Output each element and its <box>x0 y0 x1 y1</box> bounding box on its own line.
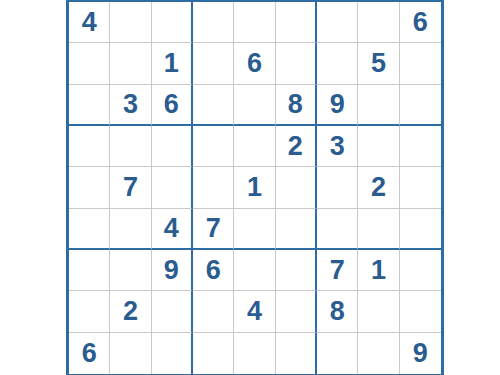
cell-r1c8[interactable] <box>358 2 399 43</box>
cell-r8c2[interactable]: 2 <box>110 291 151 332</box>
given-digit: 6 <box>164 91 179 118</box>
given-digit: 2 <box>288 133 303 160</box>
cell-r6c2[interactable] <box>110 209 151 250</box>
cell-r7c4[interactable]: 6 <box>193 250 234 291</box>
cell-r8c4[interactable] <box>193 291 234 332</box>
given-digit: 5 <box>371 50 386 77</box>
cell-r9c8[interactable] <box>358 333 399 374</box>
cell-r4c2[interactable] <box>110 126 151 167</box>
given-digit: 7 <box>123 174 138 201</box>
cell-r7c6[interactable] <box>276 250 317 291</box>
cell-r9c1[interactable]: 6 <box>69 333 110 374</box>
cell-r3c7[interactable]: 9 <box>317 85 358 126</box>
cell-r9c6[interactable] <box>276 333 317 374</box>
cell-r3c5[interactable] <box>234 85 275 126</box>
cell-r7c3[interactable]: 9 <box>152 250 193 291</box>
cell-r7c7[interactable]: 7 <box>317 250 358 291</box>
given-digit: 9 <box>330 91 345 118</box>
given-digit: 3 <box>123 91 138 118</box>
cell-r5c9[interactable] <box>400 167 441 208</box>
cell-r7c1[interactable] <box>69 250 110 291</box>
cell-r1c9[interactable]: 6 <box>400 2 441 43</box>
given-digit: 6 <box>247 50 262 77</box>
cell-r9c9[interactable]: 9 <box>400 333 441 374</box>
cell-r5c7[interactable] <box>317 167 358 208</box>
given-digit: 2 <box>371 174 386 201</box>
cell-r8c9[interactable] <box>400 291 441 332</box>
cell-r4c6[interactable]: 2 <box>276 126 317 167</box>
cell-r7c2[interactable] <box>110 250 151 291</box>
cell-r5c6[interactable] <box>276 167 317 208</box>
cell-r8c3[interactable] <box>152 291 193 332</box>
given-digit: 7 <box>206 215 221 242</box>
cell-r6c7[interactable] <box>317 209 358 250</box>
cell-r2c8[interactable]: 5 <box>358 43 399 84</box>
given-digit: 9 <box>413 340 428 367</box>
given-digit: 1 <box>247 174 262 201</box>
cell-r8c5[interactable]: 4 <box>234 291 275 332</box>
cell-r6c4[interactable]: 7 <box>193 209 234 250</box>
cell-r9c7[interactable] <box>317 333 358 374</box>
cell-r4c4[interactable] <box>193 126 234 167</box>
cell-r2c9[interactable] <box>400 43 441 84</box>
cell-r8c1[interactable] <box>69 291 110 332</box>
cell-r4c1[interactable] <box>69 126 110 167</box>
cell-r1c6[interactable] <box>276 2 317 43</box>
cell-r6c5[interactable] <box>234 209 275 250</box>
given-digit: 8 <box>288 91 303 118</box>
cell-r2c7[interactable] <box>317 43 358 84</box>
given-digit: 3 <box>330 133 345 160</box>
cell-r5c4[interactable] <box>193 167 234 208</box>
cell-r9c4[interactable] <box>193 333 234 374</box>
cell-r5c1[interactable] <box>69 167 110 208</box>
given-digit: 4 <box>247 298 262 325</box>
cell-r4c9[interactable] <box>400 126 441 167</box>
cell-r8c6[interactable] <box>276 291 317 332</box>
cell-r2c5[interactable]: 6 <box>234 43 275 84</box>
cell-r3c8[interactable] <box>358 85 399 126</box>
cell-r9c5[interactable] <box>234 333 275 374</box>
cell-r8c8[interactable] <box>358 291 399 332</box>
cell-r7c8[interactable]: 1 <box>358 250 399 291</box>
given-digit: 1 <box>164 50 179 77</box>
given-digit: 1 <box>371 257 386 284</box>
cell-r3c1[interactable] <box>69 85 110 126</box>
cell-r6c8[interactable] <box>358 209 399 250</box>
cell-r2c6[interactable] <box>276 43 317 84</box>
cell-r2c3[interactable]: 1 <box>152 43 193 84</box>
cell-r5c2[interactable]: 7 <box>110 167 151 208</box>
cell-r2c1[interactable] <box>69 43 110 84</box>
given-digit: 2 <box>123 298 138 325</box>
given-digit: 6 <box>206 257 221 284</box>
given-digit: 7 <box>330 257 345 284</box>
given-digit: 6 <box>413 9 428 36</box>
given-digit: 8 <box>330 298 345 325</box>
cell-r1c5[interactable] <box>234 2 275 43</box>
cell-r6c6[interactable] <box>276 209 317 250</box>
cell-r1c7[interactable] <box>317 2 358 43</box>
cell-r6c1[interactable] <box>69 209 110 250</box>
sudoku-page: 4616536892371247967124869 <box>0 0 500 375</box>
cell-r3c9[interactable] <box>400 85 441 126</box>
sudoku-board: 4616536892371247967124869 <box>66 0 444 375</box>
cell-r8c7[interactable]: 8 <box>317 291 358 332</box>
cell-r3c4[interactable] <box>193 85 234 126</box>
cell-r9c2[interactable] <box>110 333 151 374</box>
given-digit: 6 <box>82 340 97 367</box>
cell-r3c3[interactable]: 6 <box>152 85 193 126</box>
cell-r2c2[interactable] <box>110 43 151 84</box>
cell-r5c8[interactable]: 2 <box>358 167 399 208</box>
cell-r1c2[interactable] <box>110 2 151 43</box>
cell-r2c4[interactable] <box>193 43 234 84</box>
cell-r1c1[interactable]: 4 <box>69 2 110 43</box>
cell-r7c9[interactable] <box>400 250 441 291</box>
cell-r6c9[interactable] <box>400 209 441 250</box>
cell-r5c3[interactable] <box>152 167 193 208</box>
cell-r4c5[interactable] <box>234 126 275 167</box>
cell-r3c2[interactable]: 3 <box>110 85 151 126</box>
cell-r4c7[interactable]: 3 <box>317 126 358 167</box>
given-digit: 4 <box>164 215 179 242</box>
given-digit: 9 <box>164 257 179 284</box>
cell-r1c4[interactable] <box>193 2 234 43</box>
cell-r1c3[interactable] <box>152 2 193 43</box>
cell-r5c5[interactable]: 1 <box>234 167 275 208</box>
cell-r4c3[interactable] <box>152 126 193 167</box>
cell-r6c3[interactable]: 4 <box>152 209 193 250</box>
cell-r9c3[interactable] <box>152 333 193 374</box>
given-digit: 4 <box>82 9 97 36</box>
cell-r4c8[interactable] <box>358 126 399 167</box>
cell-r3c6[interactable]: 8 <box>276 85 317 126</box>
cell-r7c5[interactable] <box>234 250 275 291</box>
